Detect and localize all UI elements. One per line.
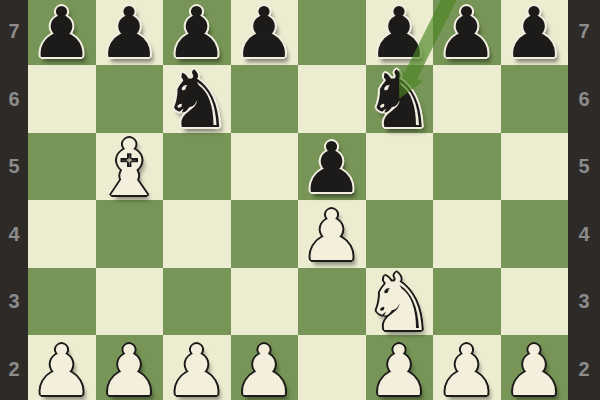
square-f3[interactable]: ♞ — [366, 268, 434, 336]
square-a2[interactable]: ♟ — [28, 335, 96, 400]
square-b5[interactable]: ♝ — [96, 133, 164, 201]
white-bishop[interactable]: ♝ — [94, 129, 164, 207]
rank-label-3-right: 3 — [568, 291, 600, 311]
square-d2[interactable]: ♟ — [231, 335, 299, 400]
square-e7[interactable] — [298, 0, 366, 65]
square-e3[interactable] — [298, 268, 366, 336]
black-pawn[interactable]: ♟ — [233, 0, 296, 68]
black-pawn[interactable]: ♟ — [503, 0, 566, 68]
square-g5[interactable] — [433, 133, 501, 201]
square-b2[interactable]: ♟ — [96, 335, 164, 400]
rank-label-5-right: 5 — [568, 156, 600, 176]
square-d6[interactable] — [231, 65, 299, 133]
white-pawn[interactable]: ♟ — [503, 336, 566, 400]
rank-label-4-left: 4 — [0, 224, 28, 244]
white-pawn[interactable]: ♟ — [30, 336, 93, 400]
square-a3[interactable] — [28, 268, 96, 336]
white-pawn[interactable]: ♟ — [300, 201, 363, 271]
square-h7[interactable]: ♟ — [501, 0, 569, 65]
square-a7[interactable]: ♟ — [28, 0, 96, 65]
black-pawn[interactable]: ♟ — [300, 133, 363, 203]
square-e4[interactable]: ♟ — [298, 200, 366, 268]
black-knight[interactable]: ♞ — [161, 61, 232, 140]
black-pawn[interactable]: ♟ — [30, 0, 93, 68]
square-a5[interactable] — [28, 133, 96, 201]
black-pawn[interactable]: ♟ — [435, 0, 498, 68]
square-f2[interactable]: ♟ — [366, 335, 434, 400]
square-g6[interactable] — [433, 65, 501, 133]
square-c2[interactable]: ♟ — [163, 335, 231, 400]
square-d3[interactable] — [231, 268, 299, 336]
square-a6[interactable] — [28, 65, 96, 133]
square-f6[interactable]: ♞ — [366, 65, 434, 133]
rank-labels-left: 765432 — [0, 0, 28, 400]
black-knight[interactable]: ♞ — [364, 61, 435, 140]
square-e6[interactable] — [298, 65, 366, 133]
rank-labels-right: 765432 — [568, 0, 600, 400]
square-b7[interactable]: ♟ — [96, 0, 164, 65]
rank-label-3-left: 3 — [0, 291, 28, 311]
square-c6[interactable]: ♞ — [163, 65, 231, 133]
rank-label-2-right: 2 — [568, 359, 600, 379]
square-h3[interactable] — [501, 268, 569, 336]
square-d4[interactable] — [231, 200, 299, 268]
square-e5[interactable]: ♟ — [298, 133, 366, 201]
white-pawn[interactable]: ♟ — [233, 336, 296, 400]
square-c3[interactable] — [163, 268, 231, 336]
square-g2[interactable]: ♟ — [433, 335, 501, 400]
square-a4[interactable] — [28, 200, 96, 268]
rank-label-6-left: 6 — [0, 89, 28, 109]
rank-label-2-left: 2 — [0, 359, 28, 379]
white-pawn[interactable]: ♟ — [435, 336, 498, 400]
square-h5[interactable] — [501, 133, 569, 201]
square-c4[interactable] — [163, 200, 231, 268]
square-d5[interactable] — [231, 133, 299, 201]
rank-label-5-left: 5 — [0, 156, 28, 176]
white-pawn[interactable]: ♟ — [368, 336, 431, 400]
square-h6[interactable] — [501, 65, 569, 133]
square-b3[interactable] — [96, 268, 164, 336]
square-d7[interactable]: ♟ — [231, 0, 299, 65]
board-container: ♟♟♟♟♟♟♟♞♞♝♟♟♞♟♟♟♟♟♟♟ 765432 765432 — [0, 0, 600, 400]
square-g4[interactable] — [433, 200, 501, 268]
rank-label-4-right: 4 — [568, 224, 600, 244]
square-g7[interactable]: ♟ — [433, 0, 501, 65]
square-h4[interactable] — [501, 200, 569, 268]
square-g3[interactable] — [433, 268, 501, 336]
white-pawn[interactable]: ♟ — [98, 336, 161, 400]
rank-label-6-right: 6 — [568, 89, 600, 109]
square-h2[interactable]: ♟ — [501, 335, 569, 400]
rank-label-7-left: 7 — [0, 21, 28, 41]
black-pawn[interactable]: ♟ — [98, 0, 161, 68]
white-pawn[interactable]: ♟ — [165, 336, 228, 400]
square-e2[interactable] — [298, 335, 366, 400]
rank-label-7-right: 7 — [568, 21, 600, 41]
board: ♟♟♟♟♟♟♟♞♞♝♟♟♞♟♟♟♟♟♟♟ — [28, 0, 568, 400]
